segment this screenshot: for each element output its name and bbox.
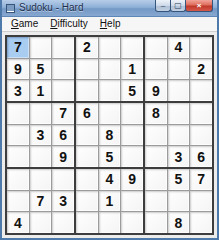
titlebar: Sudoku - Hard – ▢ ×: [2, 0, 217, 17]
cell-r6c6[interactable]: [121, 146, 143, 167]
cell-r3c6[interactable]: 5: [121, 80, 143, 101]
cell-r9c2[interactable]: [30, 212, 52, 233]
caption-buttons: – ▢ ×: [156, 0, 213, 12]
close-icon: ×: [197, 2, 202, 10]
box-3-2: 491: [76, 169, 143, 233]
cell-r7c4[interactable]: [76, 169, 98, 190]
cell-r2c7[interactable]: [145, 59, 167, 80]
cell-r1c4[interactable]: 2: [76, 37, 98, 58]
cell-r4c4[interactable]: 6: [76, 103, 98, 124]
cell-r6c4[interactable]: [76, 146, 98, 167]
cell-r4c8[interactable]: [168, 103, 190, 124]
cell-r6c9[interactable]: 6: [190, 146, 212, 167]
box-1-2: 215: [76, 37, 143, 101]
cell-r3c4[interactable]: [76, 80, 98, 101]
cell-r9c5[interactable]: [99, 212, 121, 233]
cell-r7c2[interactable]: [30, 169, 52, 190]
cell-r8c3[interactable]: 3: [52, 191, 74, 212]
box-2-3: 836: [145, 103, 212, 167]
cell-r6c2[interactable]: [30, 146, 52, 167]
cell-r2c9[interactable]: 2: [190, 59, 212, 80]
cell-r9c9[interactable]: [190, 212, 212, 233]
cell-r8c9[interactable]: [190, 191, 212, 212]
cell-r1c8[interactable]: 4: [168, 37, 190, 58]
cell-r4c6[interactable]: [121, 103, 143, 124]
cell-r5c2[interactable]: 3: [30, 125, 52, 146]
cell-r6c1[interactable]: [7, 146, 29, 167]
cell-r6c7[interactable]: [145, 146, 167, 167]
board: 795312154297369685836734491578: [5, 35, 214, 235]
cell-r7c8[interactable]: 5: [168, 169, 190, 190]
cell-r4c9[interactable]: [190, 103, 212, 124]
window-title: Sudoku - Hard: [19, 3, 83, 13]
cell-r3c1[interactable]: 3: [7, 80, 29, 101]
cell-r2c2[interactable]: 5: [30, 59, 52, 80]
cell-r5c7[interactable]: [145, 125, 167, 146]
box-3-3: 578: [145, 169, 212, 233]
cell-r4c1[interactable]: [7, 103, 29, 124]
cell-r5c9[interactable]: [190, 125, 212, 146]
box-2-2: 685: [76, 103, 143, 167]
cell-r6c3[interactable]: 9: [52, 146, 74, 167]
cell-r9c1[interactable]: 4: [7, 212, 29, 233]
cell-r5c3[interactable]: 6: [52, 125, 74, 146]
cell-r1c9[interactable]: [190, 37, 212, 58]
cell-r4c5[interactable]: [99, 103, 121, 124]
cell-r8c2[interactable]: 7: [30, 191, 52, 212]
cell-r8c5[interactable]: 1: [99, 191, 121, 212]
cell-r7c6[interactable]: 9: [121, 169, 143, 190]
cell-r6c8[interactable]: 3: [168, 146, 190, 167]
cell-r9c6[interactable]: [121, 212, 143, 233]
cell-r5c4[interactable]: [76, 125, 98, 146]
cell-r9c4[interactable]: [76, 212, 98, 233]
app-window: Sudoku - Hard – ▢ × Game Difficulty Help…: [0, 0, 219, 240]
cell-r7c9[interactable]: 7: [190, 169, 212, 190]
cell-r7c1[interactable]: [7, 169, 29, 190]
cell-r8c8[interactable]: [168, 191, 190, 212]
maximize-button[interactable]: ▢: [170, 0, 186, 12]
menu-item-difficulty[interactable]: Difficulty: [44, 17, 94, 31]
cell-r2c8[interactable]: [168, 59, 190, 80]
cell-r1c6[interactable]: [121, 37, 143, 58]
box-2-1: 7369: [7, 103, 74, 167]
cell-r3c5[interactable]: [99, 80, 121, 101]
menu-item-game[interactable]: Game: [5, 17, 44, 31]
cell-r8c1[interactable]: [7, 191, 29, 212]
cell-r5c5[interactable]: 8: [99, 125, 121, 146]
cell-r1c3[interactable]: [52, 37, 74, 58]
cell-r2c4[interactable]: [76, 59, 98, 80]
cell-r5c6[interactable]: [121, 125, 143, 146]
cell-r3c8[interactable]: [168, 80, 190, 101]
box-3-1: 734: [7, 169, 74, 233]
cell-r8c4[interactable]: [76, 191, 98, 212]
cell-r5c1[interactable]: [7, 125, 29, 146]
cell-r9c7[interactable]: [145, 212, 167, 233]
cell-r3c9[interactable]: [190, 80, 212, 101]
cell-r9c8[interactable]: 8: [168, 212, 190, 233]
cell-r6c5[interactable]: 5: [99, 146, 121, 167]
cell-r4c3[interactable]: 7: [52, 103, 74, 124]
cell-r1c1[interactable]: 7: [7, 37, 29, 58]
cell-r1c5[interactable]: [99, 37, 121, 58]
maximize-icon: ▢: [174, 2, 182, 10]
box-1-3: 429: [145, 37, 212, 101]
board-area: 795312154297369685836734491578: [2, 32, 217, 238]
cell-r1c2[interactable]: [30, 37, 52, 58]
menubar: Game Difficulty Help: [2, 17, 217, 32]
menu-item-help[interactable]: Help: [94, 17, 127, 31]
close-button[interactable]: ×: [185, 0, 213, 12]
sudoku-app-icon: [6, 4, 15, 13]
cell-r8c6[interactable]: [121, 191, 143, 212]
minimize-icon: –: [161, 2, 165, 10]
cell-r3c2[interactable]: 1: [30, 80, 52, 101]
cell-r2c6[interactable]: 1: [121, 59, 143, 80]
cell-r4c7[interactable]: 8: [145, 103, 167, 124]
cell-r4c2[interactable]: [30, 103, 52, 124]
cell-r1c7[interactable]: [145, 37, 167, 58]
cell-r7c7[interactable]: [145, 169, 167, 190]
cell-r5c8[interactable]: [168, 125, 190, 146]
cell-r2c3[interactable]: [52, 59, 74, 80]
cell-r8c7[interactable]: [145, 191, 167, 212]
cell-r2c1[interactable]: 9: [7, 59, 29, 80]
cell-r3c3[interactable]: [52, 80, 74, 101]
minimize-button[interactable]: –: [155, 0, 171, 12]
cell-r3c7[interactable]: 9: [145, 80, 167, 101]
cell-r2c5[interactable]: [99, 59, 121, 80]
cell-r7c5[interactable]: 4: [99, 169, 121, 190]
box-1-1: 79531: [7, 37, 74, 101]
cell-r9c3[interactable]: [52, 212, 74, 233]
cell-r7c3[interactable]: [52, 169, 74, 190]
